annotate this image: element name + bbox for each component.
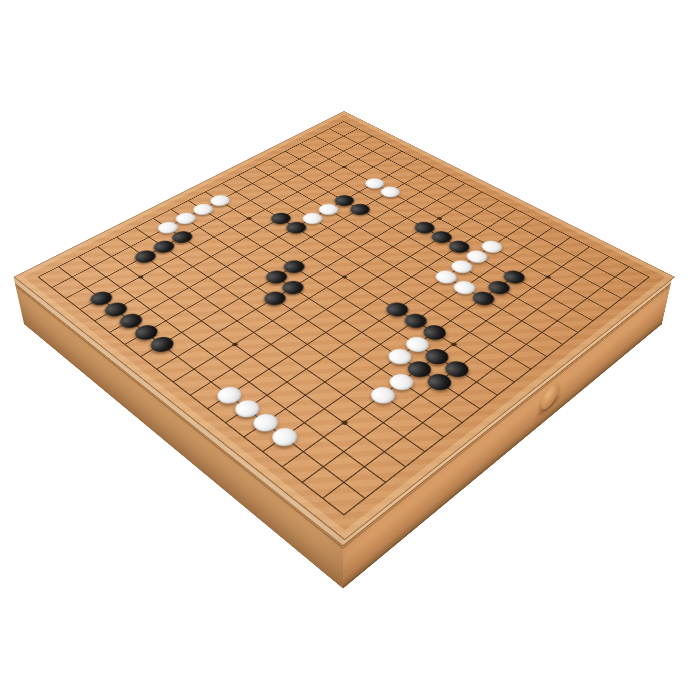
black-stone[interactable] bbox=[401, 311, 432, 331]
black-stone[interactable] bbox=[441, 358, 474, 380]
black-stone[interactable] bbox=[404, 358, 437, 380]
black-stone[interactable] bbox=[116, 311, 147, 331]
hoshi-point bbox=[544, 275, 551, 279]
hoshi-point bbox=[436, 217, 443, 221]
goban-grid bbox=[38, 121, 650, 515]
hoshi-point bbox=[341, 165, 347, 168]
black-stone[interactable] bbox=[421, 346, 453, 368]
hoshi-point bbox=[340, 275, 347, 279]
black-stone[interactable] bbox=[147, 334, 179, 355]
hoshi-point bbox=[231, 342, 239, 347]
black-stone[interactable] bbox=[87, 289, 117, 308]
black-stone[interactable] bbox=[469, 289, 499, 308]
go-board-scene bbox=[0, 0, 700, 700]
white-stone[interactable] bbox=[385, 371, 418, 394]
black-stone[interactable] bbox=[382, 300, 413, 320]
black-stone[interactable] bbox=[101, 300, 132, 320]
product-photo-background bbox=[0, 0, 700, 700]
go-board-box bbox=[13, 112, 672, 539]
black-stone[interactable] bbox=[419, 322, 451, 343]
hoshi-point bbox=[137, 275, 144, 279]
hoshi-point bbox=[245, 217, 252, 221]
hoshi-point bbox=[340, 420, 348, 426]
black-stone[interactable] bbox=[484, 278, 514, 297]
white-stone[interactable] bbox=[213, 384, 247, 407]
white-stone[interactable] bbox=[384, 346, 416, 368]
white-stone[interactable] bbox=[367, 384, 401, 407]
hoshi-point bbox=[450, 342, 458, 347]
white-stone[interactable] bbox=[231, 397, 265, 421]
black-stone[interactable] bbox=[278, 278, 308, 297]
board-top-surface bbox=[13, 111, 675, 540]
black-stone[interactable] bbox=[260, 289, 290, 308]
white-stone[interactable] bbox=[249, 410, 284, 435]
black-stone[interactable] bbox=[423, 371, 456, 394]
black-stone[interactable] bbox=[131, 322, 163, 343]
white-stone[interactable] bbox=[450, 278, 480, 297]
white-stone[interactable] bbox=[402, 334, 434, 355]
white-stone[interactable] bbox=[268, 424, 303, 449]
